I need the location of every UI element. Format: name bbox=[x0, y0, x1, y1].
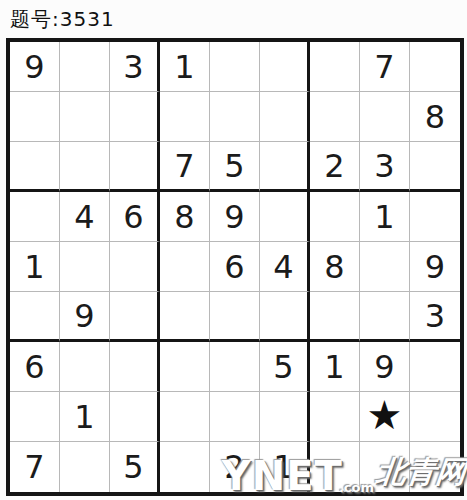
sudoku-cell-r8c4[interactable] bbox=[160, 392, 210, 442]
sudoku-cell-r1c9[interactable] bbox=[410, 42, 460, 92]
puzzle-number-label: 题号:3531 bbox=[10, 6, 115, 33]
sudoku-cell-r2c7[interactable] bbox=[310, 92, 360, 142]
sudoku-cell-r5c5[interactable]: 6 bbox=[210, 242, 260, 292]
sudoku-cell-r5c2[interactable] bbox=[60, 242, 110, 292]
sudoku-cell-r6c6[interactable] bbox=[260, 292, 310, 342]
sudoku-cell-r1c2[interactable] bbox=[60, 42, 110, 92]
sudoku-cell-r8c7[interactable] bbox=[310, 392, 360, 442]
sudoku-cell-r4c1[interactable] bbox=[10, 192, 60, 242]
sudoku-cell-r4c9[interactable] bbox=[410, 192, 460, 242]
sudoku-cell-r7c8[interactable]: 9 bbox=[360, 342, 410, 392]
sudoku-cell-r1c7[interactable] bbox=[310, 42, 360, 92]
sudoku-cell-r4c6[interactable] bbox=[260, 192, 310, 242]
sudoku-cell-r8c1[interactable] bbox=[10, 392, 60, 442]
sudoku-cell-r4c3[interactable]: 6 bbox=[110, 192, 160, 242]
sudoku-cell-r7c9[interactable] bbox=[410, 342, 460, 392]
sudoku-cell-r9c2[interactable] bbox=[60, 442, 110, 492]
sudoku-cell-r3c3[interactable] bbox=[110, 142, 160, 192]
sudoku-cell-r7c7[interactable]: 1 bbox=[310, 342, 360, 392]
sudoku-cell-r5c8[interactable] bbox=[360, 242, 410, 292]
sudoku-cell-r2c6[interactable] bbox=[260, 92, 310, 142]
sudoku-board: 93178752346891164899365191★7521 bbox=[6, 38, 464, 496]
sudoku-cell-r5c6[interactable]: 4 bbox=[260, 242, 310, 292]
sudoku-cell-r3c4[interactable]: 7 bbox=[160, 142, 210, 192]
sudoku-cell-r3c2[interactable] bbox=[60, 142, 110, 192]
watermark-com-text: .com bbox=[339, 480, 374, 495]
sudoku-cell-r5c1[interactable]: 1 bbox=[10, 242, 60, 292]
sudoku-cell-r7c6[interactable]: 5 bbox=[260, 342, 310, 392]
watermark-ynet-text: YNET bbox=[222, 453, 343, 499]
sudoku-cell-r6c1[interactable] bbox=[10, 292, 60, 342]
sudoku-cell-r3c5[interactable]: 5 bbox=[210, 142, 260, 192]
sudoku-cell-r5c7[interactable]: 8 bbox=[310, 242, 360, 292]
sudoku-cell-r8c8-star[interactable]: ★ bbox=[360, 392, 410, 442]
sudoku-cell-r9c1[interactable]: 7 bbox=[10, 442, 60, 492]
sudoku-cell-r3c9[interactable] bbox=[410, 142, 460, 192]
sudoku-cell-r8c9[interactable] bbox=[410, 392, 460, 442]
sudoku-cell-r9c4[interactable] bbox=[160, 442, 210, 492]
sudoku-cell-r1c3[interactable]: 3 bbox=[110, 42, 160, 92]
sudoku-cell-r1c5[interactable] bbox=[210, 42, 260, 92]
sudoku-cell-r3c1[interactable] bbox=[10, 142, 60, 192]
sudoku-cell-r7c2[interactable] bbox=[60, 342, 110, 392]
sudoku-cell-r6c2[interactable]: 9 bbox=[60, 292, 110, 342]
sudoku-cell-r8c5[interactable] bbox=[210, 392, 260, 442]
sudoku-cell-r2c5[interactable] bbox=[210, 92, 260, 142]
sudoku-cell-r4c2[interactable]: 4 bbox=[60, 192, 110, 242]
sudoku-cell-r2c2[interactable] bbox=[60, 92, 110, 142]
sudoku-cell-r9c3[interactable]: 5 bbox=[110, 442, 160, 492]
sudoku-cell-r7c5[interactable] bbox=[210, 342, 260, 392]
sudoku-cell-r6c7[interactable] bbox=[310, 292, 360, 342]
sudoku-cell-r1c1[interactable]: 9 bbox=[10, 42, 60, 92]
sudoku-cell-r6c9[interactable]: 3 bbox=[410, 292, 460, 342]
sudoku-cell-r6c3[interactable] bbox=[110, 292, 160, 342]
sudoku-cell-r2c3[interactable] bbox=[110, 92, 160, 142]
sudoku-cell-r1c6[interactable] bbox=[260, 42, 310, 92]
sudoku-cell-r6c5[interactable] bbox=[210, 292, 260, 342]
sudoku-cell-r2c4[interactable] bbox=[160, 92, 210, 142]
sudoku-cell-r3c6[interactable] bbox=[260, 142, 310, 192]
sudoku-cell-r5c3[interactable] bbox=[110, 242, 160, 292]
sudoku-cell-r5c4[interactable] bbox=[160, 242, 210, 292]
watermark-cjk-text: 北青网 bbox=[374, 452, 467, 493]
sudoku-cell-r1c8[interactable]: 7 bbox=[360, 42, 410, 92]
ynet-watermark: YNET .com 北青网 bbox=[222, 452, 466, 499]
sudoku-cell-r7c4[interactable] bbox=[160, 342, 210, 392]
sudoku-cell-r7c1[interactable]: 6 bbox=[10, 342, 60, 392]
sudoku-cell-r6c4[interactable] bbox=[160, 292, 210, 342]
sudoku-cell-r4c4[interactable]: 8 bbox=[160, 192, 210, 242]
sudoku-cell-r3c7[interactable]: 2 bbox=[310, 142, 360, 192]
sudoku-cell-r4c5[interactable]: 9 bbox=[210, 192, 260, 242]
sudoku-cell-r3c8[interactable]: 3 bbox=[360, 142, 410, 192]
sudoku-cell-r2c9[interactable]: 8 bbox=[410, 92, 460, 142]
sudoku-cell-r2c1[interactable] bbox=[10, 92, 60, 142]
sudoku-cell-r4c7[interactable] bbox=[310, 192, 360, 242]
sudoku-cell-r7c3[interactable] bbox=[110, 342, 160, 392]
sudoku-cell-r4c8[interactable]: 1 bbox=[360, 192, 410, 242]
sudoku-cell-r8c6[interactable] bbox=[260, 392, 310, 442]
sudoku-cell-r5c9[interactable]: 9 bbox=[410, 242, 460, 292]
sudoku-cell-r1c4[interactable]: 1 bbox=[160, 42, 210, 92]
sudoku-cell-r8c3[interactable] bbox=[110, 392, 160, 442]
sudoku-cell-r8c2[interactable]: 1 bbox=[60, 392, 110, 442]
sudoku-cell-r6c8[interactable] bbox=[360, 292, 410, 342]
sudoku-cell-r2c8[interactable] bbox=[360, 92, 410, 142]
